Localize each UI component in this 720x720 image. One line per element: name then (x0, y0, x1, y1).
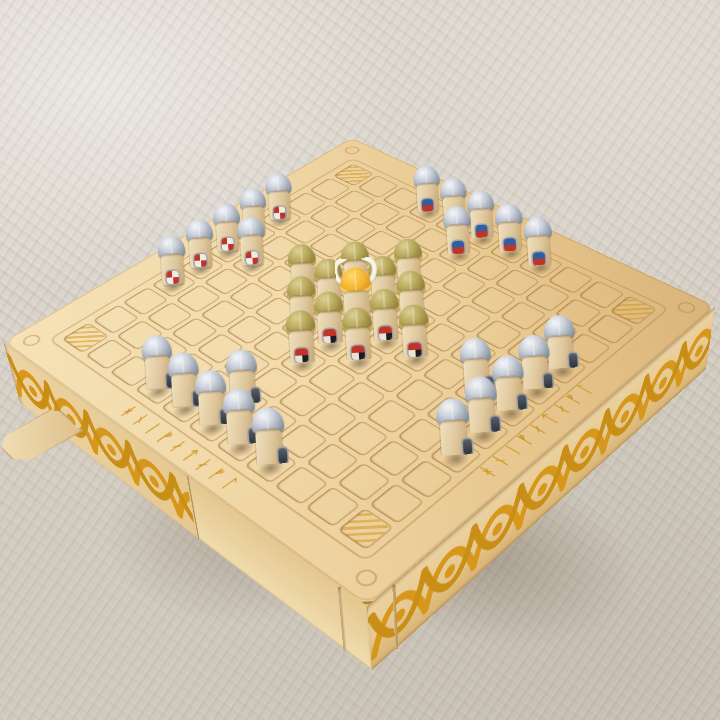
piece-body (289, 330, 315, 365)
attacker-piece[interactable] (523, 214, 554, 268)
piece-body (345, 327, 371, 362)
piece-body (522, 355, 549, 392)
attacker-piece[interactable] (250, 405, 286, 468)
defender-shield-icon (351, 345, 365, 360)
attacker-shield-icon (278, 448, 288, 464)
gold-helmet-icon (341, 307, 373, 335)
attacker-piece[interactable] (435, 395, 471, 458)
attacker-piece[interactable] (466, 188, 496, 240)
silver-helmet-icon (459, 337, 492, 366)
piece-body (402, 324, 428, 359)
attacker-shield-icon (475, 225, 487, 238)
piece-body (495, 376, 522, 413)
defender-piece[interactable] (397, 302, 430, 360)
piece-body (317, 311, 343, 346)
piece-body (373, 308, 399, 343)
gold-helmet-icon (369, 288, 400, 315)
defender-shield-icon (295, 348, 309, 363)
attacker-shield-icon (533, 252, 546, 266)
attacker-shield-icon (452, 241, 465, 254)
defender-piece[interactable] (284, 308, 317, 366)
piece-body (547, 335, 574, 371)
attacker-shield-icon (518, 395, 527, 410)
attacker-piece[interactable] (442, 204, 472, 257)
defender-piece[interactable] (368, 286, 401, 343)
silver-helmet-icon (225, 349, 258, 378)
gold-helmet-icon (284, 310, 316, 338)
attacker-shield-icon (504, 238, 517, 251)
defender-piece[interactable] (341, 305, 374, 363)
defender-shield-icon (323, 329, 337, 344)
defender-shield-icon (408, 342, 422, 357)
silver-helmet-icon (251, 407, 285, 437)
piece-body (468, 397, 496, 435)
piece-body (255, 429, 283, 468)
attacker-piece[interactable] (494, 201, 524, 254)
attacker-shield-icon (569, 353, 578, 368)
silver-helmet-icon (435, 398, 469, 428)
piece-body (226, 409, 254, 447)
silver-helmet-icon (464, 376, 498, 406)
gold-helmet-icon (395, 270, 426, 297)
gold-helmet-icon (313, 291, 344, 318)
gold-helmet-icon (398, 304, 430, 332)
piece-body (440, 420, 468, 459)
defender-shield-icon (379, 326, 393, 341)
